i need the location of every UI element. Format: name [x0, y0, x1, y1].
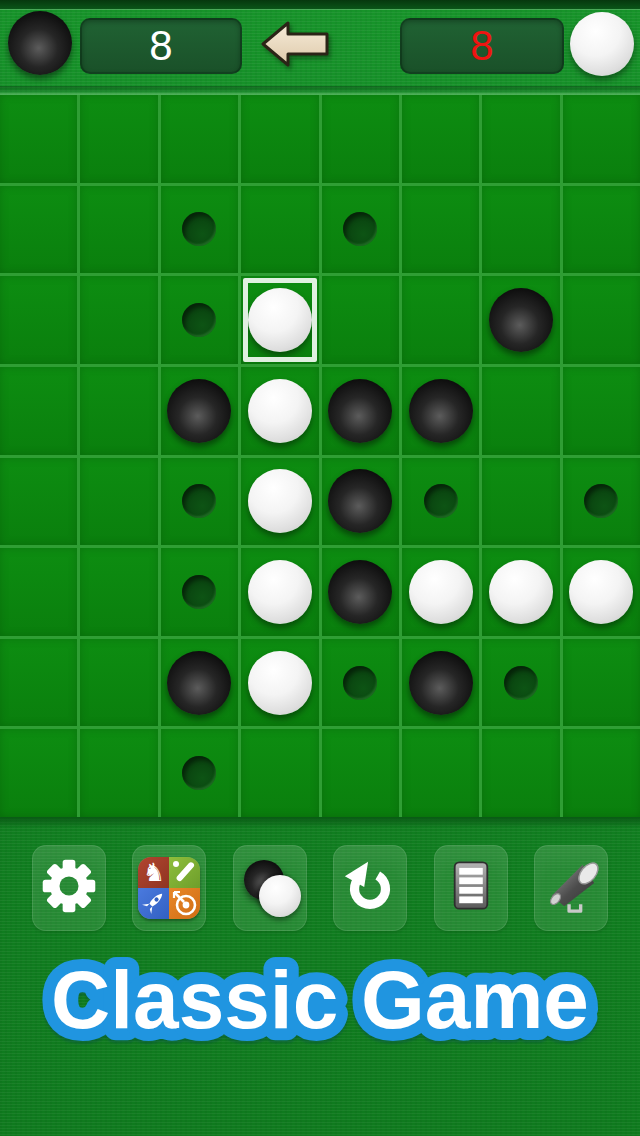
board-bottom-edge	[0, 817, 640, 828]
board-cell-r1c7[interactable]	[563, 186, 640, 274]
board-cell-r4c3[interactable]	[241, 458, 318, 546]
board-cell-r3c7[interactable]	[563, 367, 640, 455]
board-cell-r5c7[interactable]	[563, 548, 640, 636]
white-disc	[569, 560, 633, 624]
board-cell-r3c6[interactable]	[482, 367, 559, 455]
black-score-value: 8	[149, 25, 172, 67]
black-disc	[328, 560, 392, 624]
board-cell-r7c3[interactable]	[241, 729, 318, 817]
board-cell-r0c1[interactable]	[80, 95, 157, 183]
black-score-box: 8	[80, 18, 242, 74]
board-cell-r1c3[interactable]	[241, 186, 318, 274]
undo-arrow-icon	[341, 857, 399, 919]
legal-move-dot	[182, 484, 216, 518]
board-cell-r4c4[interactable]	[322, 458, 399, 546]
banner: Classic Game	[0, 928, 640, 1083]
board-cell-r7c6[interactable]	[482, 729, 559, 817]
board-cell-r7c4[interactable]	[322, 729, 399, 817]
board-cell-r7c5[interactable]	[402, 729, 479, 817]
more-games-button[interactable]: ♞	[132, 845, 206, 931]
legal-move-dot	[504, 666, 538, 700]
board-cell-r6c1[interactable]	[80, 639, 157, 727]
board-cell-r0c2[interactable]	[161, 95, 238, 183]
board-cell-r5c6[interactable]	[482, 548, 559, 636]
baseball-bat-icon	[169, 857, 200, 888]
board-cell-r0c4[interactable]	[322, 95, 399, 183]
board-cell-r1c6[interactable]	[482, 186, 559, 274]
legal-move-dot	[343, 212, 377, 246]
app-screen: 8 8	[0, 0, 640, 1136]
board-cell-r2c7[interactable]	[563, 276, 640, 364]
board-cell-r6c3[interactable]	[241, 639, 318, 727]
black-player-stone-icon	[8, 11, 72, 75]
white-disc	[489, 560, 553, 624]
board-cell-r2c6[interactable]	[482, 276, 559, 364]
rocket-icon	[138, 888, 169, 919]
legal-move-dot	[424, 484, 458, 518]
board-cell-r4c0[interactable]	[0, 458, 77, 546]
board-cell-r6c5[interactable]	[402, 639, 479, 727]
board-cell-r7c7[interactable]	[563, 729, 640, 817]
black-disc	[328, 379, 392, 443]
board-cell-r0c6[interactable]	[482, 95, 559, 183]
board-cell-r6c0[interactable]	[0, 639, 77, 727]
board-cell-r7c1[interactable]	[80, 729, 157, 817]
turn-indicator-arrow-icon	[260, 19, 332, 69]
board-cell-r2c3[interactable]	[241, 276, 318, 364]
black-disc	[167, 651, 231, 715]
list-icon	[442, 857, 500, 919]
black-disc	[489, 288, 553, 352]
board-cell-r1c5[interactable]	[402, 186, 479, 274]
board-cell-r4c6[interactable]	[482, 458, 559, 546]
black-disc	[328, 469, 392, 533]
board-cell-r1c0[interactable]	[0, 186, 77, 274]
board-cell-r3c1[interactable]	[80, 367, 157, 455]
board-cell-r3c3[interactable]	[241, 367, 318, 455]
board-cell-r2c5[interactable]	[402, 276, 479, 364]
board-cell-r2c2[interactable]	[161, 276, 238, 364]
megaphone-icon	[542, 857, 600, 919]
new-game-button[interactable]	[233, 845, 307, 931]
game-board	[0, 95, 640, 817]
board-cell-r5c0[interactable]	[0, 548, 77, 636]
board-cell-r3c0[interactable]	[0, 367, 77, 455]
legal-move-dot	[182, 303, 216, 337]
white-disc	[248, 560, 312, 624]
black-disc	[167, 379, 231, 443]
board-cell-r6c6[interactable]	[482, 639, 559, 727]
board-cell-r0c5[interactable]	[402, 95, 479, 183]
banner-text: Classic Game	[51, 954, 589, 1045]
legal-move-dot	[584, 484, 618, 518]
white-disc	[248, 379, 312, 443]
board-cell-r3c4[interactable]	[322, 367, 399, 455]
white-score-value: 8	[470, 25, 493, 67]
moves-list-button[interactable]	[434, 845, 508, 931]
board-cell-r7c0[interactable]	[0, 729, 77, 817]
games-grid-icon: ♞	[138, 857, 200, 919]
board-cell-r2c1[interactable]	[80, 276, 157, 364]
board-top-edge	[0, 86, 640, 95]
board-cell-r1c1[interactable]	[80, 186, 157, 274]
board-cell-r6c7[interactable]	[563, 639, 640, 727]
board-cell-r2c0[interactable]	[0, 276, 77, 364]
dart-target-icon	[169, 888, 200, 919]
board-cell-r4c1[interactable]	[80, 458, 157, 546]
board-cell-r0c3[interactable]	[241, 95, 318, 183]
board-cell-r2c4[interactable]	[322, 276, 399, 364]
black-disc	[409, 651, 473, 715]
board-cell-r5c4[interactable]	[322, 548, 399, 636]
board-cell-r1c4[interactable]	[322, 186, 399, 274]
announce-button[interactable]	[534, 845, 608, 931]
white-player-stone-icon	[570, 12, 634, 76]
white-disc	[409, 560, 473, 624]
black-disc	[409, 379, 473, 443]
legal-move-dot	[343, 666, 377, 700]
white-disc	[248, 651, 312, 715]
legal-move-dot	[182, 212, 216, 246]
board-cell-r6c4[interactable]	[322, 639, 399, 727]
board-cell-r3c2[interactable]	[161, 367, 238, 455]
legal-move-dot	[182, 575, 216, 609]
board-cell-r1c2[interactable]	[161, 186, 238, 274]
white-disc	[248, 288, 312, 352]
gear-icon	[40, 857, 98, 919]
board-cell-r4c7[interactable]	[563, 458, 640, 546]
toolbar: ♞	[0, 845, 640, 931]
white-disc	[248, 469, 312, 533]
legal-move-dot	[182, 756, 216, 790]
othello-stones-icon	[239, 857, 301, 919]
white-score-box: 8	[400, 18, 564, 74]
board-cell-r5c5[interactable]	[402, 548, 479, 636]
board-cell-r3c5[interactable]	[402, 367, 479, 455]
settings-button[interactable]	[32, 845, 106, 931]
board-cell-r5c3[interactable]	[241, 548, 318, 636]
board-cell-r0c0[interactable]	[0, 95, 77, 183]
board-cell-r4c2[interactable]	[161, 458, 238, 546]
undo-button[interactable]	[333, 845, 407, 931]
board-cell-r5c2[interactable]	[161, 548, 238, 636]
board-cell-r6c2[interactable]	[161, 639, 238, 727]
board-cell-r0c7[interactable]	[563, 95, 640, 183]
board-cell-r7c2[interactable]	[161, 729, 238, 817]
board-cell-r5c1[interactable]	[80, 548, 157, 636]
top-edge-strip	[0, 0, 640, 9]
board-cell-r4c5[interactable]	[402, 458, 479, 546]
chess-knight-icon: ♞	[138, 857, 169, 888]
